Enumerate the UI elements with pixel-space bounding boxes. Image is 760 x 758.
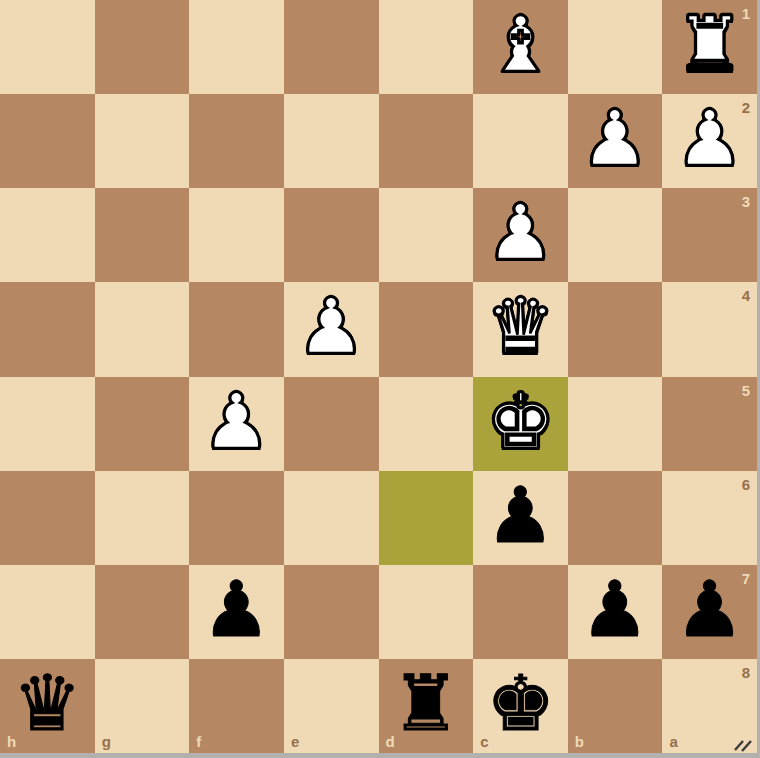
- square-g7[interactable]: [95, 565, 190, 659]
- square-g2[interactable]: [95, 94, 190, 188]
- square-a6[interactable]: 6: [662, 471, 757, 565]
- square-e6[interactable]: [284, 471, 379, 565]
- square-a4[interactable]: 4: [662, 282, 757, 376]
- file-label-e: e: [291, 734, 299, 749]
- rank-label-2: 2: [742, 100, 750, 115]
- file-label-h: h: [7, 734, 16, 749]
- rank-label-6: 6: [742, 477, 750, 492]
- square-g5[interactable]: [95, 377, 190, 471]
- square-f1[interactable]: [189, 0, 284, 94]
- square-e8[interactable]: e: [284, 659, 379, 753]
- square-c3[interactable]: ♟: [473, 188, 568, 282]
- white-pawn-c3[interactable]: ♟: [473, 188, 568, 282]
- file-label-b: b: [575, 734, 584, 749]
- square-e3[interactable]: [284, 188, 379, 282]
- square-f3[interactable]: [189, 188, 284, 282]
- black-pawn-f7[interactable]: ♟: [189, 565, 284, 659]
- square-h1[interactable]: [0, 0, 95, 94]
- rank-label-1: 1: [742, 6, 750, 21]
- rank-label-3: 3: [742, 194, 750, 209]
- black-pawn-b7[interactable]: ♟: [568, 565, 663, 659]
- file-label-g: g: [102, 734, 111, 749]
- file-label-c: c: [480, 734, 488, 749]
- rank-label-5: 5: [742, 383, 750, 398]
- square-f6[interactable]: [189, 471, 284, 565]
- square-b1[interactable]: [568, 0, 663, 94]
- square-f7[interactable]: ♟: [189, 565, 284, 659]
- white-queen-c4[interactable]: ♛: [473, 282, 568, 376]
- rank-label-7: 7: [742, 571, 750, 586]
- square-d3[interactable]: [379, 188, 474, 282]
- square-f2[interactable]: [189, 94, 284, 188]
- square-a5[interactable]: 5: [662, 377, 757, 471]
- square-d6[interactable]: [379, 471, 474, 565]
- square-h6[interactable]: [0, 471, 95, 565]
- square-h4[interactable]: [0, 282, 95, 376]
- square-h5[interactable]: [0, 377, 95, 471]
- square-e5[interactable]: [284, 377, 379, 471]
- square-f8[interactable]: f: [189, 659, 284, 753]
- square-b8[interactable]: b: [568, 659, 663, 753]
- square-e2[interactable]: [284, 94, 379, 188]
- square-d2[interactable]: [379, 94, 474, 188]
- rank-label-4: 4: [742, 288, 750, 303]
- square-c4[interactable]: ♛: [473, 282, 568, 376]
- white-king-c5[interactable]: ♚: [473, 377, 568, 471]
- square-c5[interactable]: ♚: [473, 377, 568, 471]
- square-b4[interactable]: [568, 282, 663, 376]
- square-f4[interactable]: [189, 282, 284, 376]
- file-label-d: d: [386, 734, 395, 749]
- square-b7[interactable]: ♟: [568, 565, 663, 659]
- square-h8[interactable]: ♛h: [0, 659, 95, 753]
- square-h3[interactable]: [0, 188, 95, 282]
- square-c2[interactable]: [473, 94, 568, 188]
- white-pawn-f5[interactable]: ♟: [189, 377, 284, 471]
- square-a2[interactable]: ♟2: [662, 94, 757, 188]
- file-label-a: a: [669, 734, 677, 749]
- square-b6[interactable]: [568, 471, 663, 565]
- square-g3[interactable]: [95, 188, 190, 282]
- square-c7[interactable]: [473, 565, 568, 659]
- chess-board[interactable]: ♝♜1♟♟2♟3♟♛4♟♚5♟6♟♟♟7♛hgfe♜d♚cb8a: [0, 0, 757, 753]
- page-background: ♝♜1♟♟2♟3♟♛4♟♚5♟6♟♟♟7♛hgfe♜d♚cb8a: [0, 0, 760, 758]
- square-d4[interactable]: [379, 282, 474, 376]
- square-d1[interactable]: [379, 0, 474, 94]
- white-pawn-e4[interactable]: ♟: [284, 282, 379, 376]
- resize-handle-icon[interactable]: [732, 734, 756, 754]
- square-d8[interactable]: ♜d: [379, 659, 474, 753]
- rank-label-8: 8: [742, 665, 750, 680]
- file-label-f: f: [196, 734, 201, 749]
- square-g4[interactable]: [95, 282, 190, 376]
- square-h2[interactable]: [0, 94, 95, 188]
- square-a3[interactable]: 3: [662, 188, 757, 282]
- square-b3[interactable]: [568, 188, 663, 282]
- white-pawn-b2[interactable]: ♟: [568, 94, 663, 188]
- square-c1[interactable]: ♝: [473, 0, 568, 94]
- square-f5[interactable]: ♟: [189, 377, 284, 471]
- square-h7[interactable]: [0, 565, 95, 659]
- square-e1[interactable]: [284, 0, 379, 94]
- square-b2[interactable]: ♟: [568, 94, 663, 188]
- square-d7[interactable]: [379, 565, 474, 659]
- white-bishop-c1[interactable]: ♝: [473, 0, 568, 94]
- square-a1[interactable]: ♜1: [662, 0, 757, 94]
- square-a7[interactable]: ♟7: [662, 565, 757, 659]
- square-e4[interactable]: ♟: [284, 282, 379, 376]
- square-e7[interactable]: [284, 565, 379, 659]
- square-d5[interactable]: [379, 377, 474, 471]
- square-b5[interactable]: [568, 377, 663, 471]
- square-c6[interactable]: ♟: [473, 471, 568, 565]
- square-g6[interactable]: [95, 471, 190, 565]
- square-g8[interactable]: g: [95, 659, 190, 753]
- square-c8[interactable]: ♚c: [473, 659, 568, 753]
- black-pawn-c6[interactable]: ♟: [473, 471, 568, 565]
- square-g1[interactable]: [95, 0, 190, 94]
